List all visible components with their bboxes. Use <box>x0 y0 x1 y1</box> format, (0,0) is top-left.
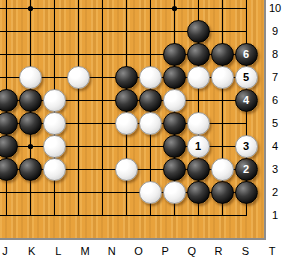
go-board-app: 642513 JKLMNOPQRST 10987654321 <box>0 0 284 260</box>
col-label-L: L <box>50 244 66 258</box>
move-number-label: 6 <box>236 44 257 65</box>
col-label-O: O <box>131 244 147 258</box>
black-stone-J5 <box>0 112 18 135</box>
row-label-4: 4 <box>266 139 284 153</box>
black-stone-S2 <box>211 181 234 204</box>
black-stone-R9 <box>187 20 210 43</box>
col-label-P: P <box>157 244 173 258</box>
white-stone-S7 <box>211 66 234 89</box>
black-stone-R2 <box>187 181 210 204</box>
move-number-label: 5 <box>236 67 257 88</box>
black-stone-Q7 <box>163 66 186 89</box>
row-label-5: 5 <box>266 116 284 130</box>
white-stone-L6 <box>43 89 66 112</box>
black-stone-Q8 <box>163 43 186 66</box>
numbered-white-stone-T7: 5 <box>235 66 258 89</box>
black-stone-O7 <box>115 66 138 89</box>
row-label-10: 10 <box>266 1 284 15</box>
row-label-1: 1 <box>266 208 284 222</box>
row-label-6: 6 <box>266 93 284 107</box>
row-label-7: 7 <box>266 70 284 84</box>
move-number-label: 4 <box>236 90 257 111</box>
numbered-black-stone-T6: 4 <box>235 89 258 112</box>
black-stone-S8 <box>211 43 234 66</box>
black-stone-P6 <box>139 89 162 112</box>
black-stone-Q5 <box>163 112 186 135</box>
black-stone-O6 <box>115 89 138 112</box>
black-stone-K6 <box>19 89 42 112</box>
white-stone-K7 <box>19 66 42 89</box>
row-label-2: 2 <box>266 185 284 199</box>
col-label-J: J <box>0 244 13 258</box>
white-stone-M7 <box>67 66 90 89</box>
col-label-T: T <box>264 244 280 258</box>
white-stone-L5 <box>43 112 66 135</box>
black-stone-T2 <box>235 181 258 204</box>
hoshi-point-K4 <box>28 144 33 149</box>
black-stone-R3 <box>187 158 210 181</box>
col-label-M: M <box>77 244 93 258</box>
black-stone-R8 <box>187 43 210 66</box>
black-stone-J4 <box>0 135 18 158</box>
numbered-black-stone-T3: 2 <box>235 158 258 181</box>
row-label-8: 8 <box>266 47 284 61</box>
white-stone-O3 <box>115 158 138 181</box>
move-number-label: 1 <box>188 136 209 157</box>
white-stone-P5 <box>139 112 162 135</box>
white-stone-P7 <box>139 66 162 89</box>
col-label-N: N <box>104 244 120 258</box>
white-stone-L4 <box>43 135 66 158</box>
white-stone-Q6 <box>163 89 186 112</box>
row-label-3: 3 <box>266 162 284 176</box>
black-stone-J3 <box>0 158 18 181</box>
col-label-R: R <box>211 244 227 258</box>
white-stone-S3 <box>211 158 234 181</box>
white-stone-Q2 <box>163 181 186 204</box>
black-stone-J6 <box>0 89 18 112</box>
hoshi-point-Q10 <box>172 6 177 11</box>
black-stone-Q4 <box>163 135 186 158</box>
col-label-Q: Q <box>184 244 200 258</box>
white-stone-R7 <box>187 66 210 89</box>
move-number-label: 3 <box>236 136 257 157</box>
numbered-white-stone-R4: 1 <box>187 135 210 158</box>
white-stone-R5 <box>187 112 210 135</box>
white-stone-O5 <box>115 112 138 135</box>
numbered-white-stone-T4: 3 <box>235 135 258 158</box>
numbered-black-stone-T8: 6 <box>235 43 258 66</box>
move-number-label: 2 <box>236 159 257 180</box>
white-stone-L3 <box>43 158 66 181</box>
black-stone-K5 <box>19 112 42 135</box>
black-stone-K3 <box>19 158 42 181</box>
col-label-K: K <box>24 244 40 258</box>
black-stone-Q3 <box>163 158 186 181</box>
row-label-9: 9 <box>266 24 284 38</box>
white-stone-P2 <box>139 181 162 204</box>
hoshi-point-K10 <box>28 6 33 11</box>
col-label-S: S <box>237 244 253 258</box>
